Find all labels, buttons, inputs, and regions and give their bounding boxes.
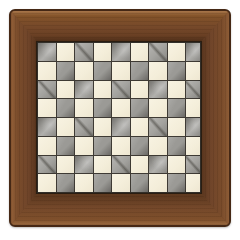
board-square xyxy=(75,174,93,192)
board-square xyxy=(168,81,186,99)
board-square xyxy=(38,137,56,155)
board-square xyxy=(57,81,75,99)
board-square xyxy=(186,99,200,117)
board-square xyxy=(75,43,93,61)
board-square xyxy=(75,137,93,155)
board-square xyxy=(112,62,130,80)
board-square xyxy=(168,156,186,174)
board-square xyxy=(57,62,75,80)
board-square xyxy=(112,137,130,155)
board-square xyxy=(168,174,186,192)
board-square xyxy=(57,174,75,192)
board-square xyxy=(131,43,149,61)
frame-left-bar xyxy=(11,11,37,225)
board-square xyxy=(149,62,167,80)
board-square xyxy=(38,81,56,99)
board-square xyxy=(186,156,200,174)
board-square xyxy=(131,81,149,99)
board-square xyxy=(94,62,112,80)
board-square xyxy=(38,118,56,136)
board-square xyxy=(168,137,186,155)
board-square xyxy=(38,174,56,192)
wooden-frame xyxy=(9,9,231,227)
board-square xyxy=(186,174,200,192)
frame-right-bar xyxy=(201,11,229,225)
board-square xyxy=(38,43,56,61)
board-square xyxy=(168,43,186,61)
board-square xyxy=(131,62,149,80)
framed-checkerboard-tile-photo xyxy=(0,0,240,240)
board-square xyxy=(75,118,93,136)
board-square xyxy=(149,99,167,117)
board-square xyxy=(38,99,56,117)
board-square xyxy=(149,174,167,192)
board-square xyxy=(57,43,75,61)
frame-top-bar xyxy=(11,11,229,42)
board-square xyxy=(186,62,200,80)
board-square xyxy=(94,156,112,174)
board-square xyxy=(186,43,200,61)
frame-bottom-bar xyxy=(11,193,229,225)
board-square xyxy=(131,156,149,174)
board-square xyxy=(149,81,167,99)
checkerboard xyxy=(37,42,201,193)
board-square xyxy=(38,62,56,80)
board-square xyxy=(149,137,167,155)
board-square xyxy=(94,118,112,136)
board-square xyxy=(131,99,149,117)
board-square xyxy=(75,99,93,117)
board-square xyxy=(94,174,112,192)
board-square xyxy=(149,43,167,61)
board-square xyxy=(186,137,200,155)
board-square xyxy=(112,81,130,99)
board-square xyxy=(112,174,130,192)
board-square xyxy=(112,156,130,174)
board-square xyxy=(149,156,167,174)
board-square xyxy=(94,99,112,117)
board-square xyxy=(149,118,167,136)
board-square xyxy=(168,99,186,117)
board-square xyxy=(94,43,112,61)
board-square xyxy=(112,43,130,61)
board-square xyxy=(57,137,75,155)
board-square xyxy=(57,156,75,174)
board-square xyxy=(94,137,112,155)
board-square xyxy=(131,118,149,136)
board-square xyxy=(112,99,130,117)
board-square xyxy=(38,156,56,174)
board-square xyxy=(131,137,149,155)
board-square xyxy=(186,81,200,99)
board-square xyxy=(94,81,112,99)
board-square xyxy=(168,118,186,136)
board-square xyxy=(57,118,75,136)
board-square xyxy=(75,81,93,99)
board-square xyxy=(75,156,93,174)
board-square xyxy=(168,62,186,80)
board-square xyxy=(186,118,200,136)
board-square xyxy=(131,174,149,192)
board-square xyxy=(75,62,93,80)
board-square xyxy=(57,99,75,117)
board-square xyxy=(112,118,130,136)
